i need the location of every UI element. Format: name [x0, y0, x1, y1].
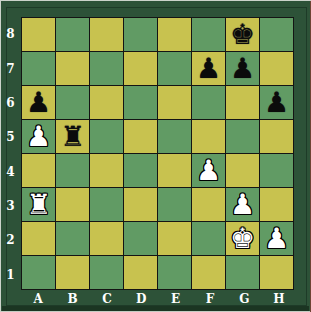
- square-b1[interactable]: [56, 256, 89, 289]
- square-h7[interactable]: [260, 52, 293, 85]
- square-d4[interactable]: [124, 154, 157, 187]
- piece-white-pawn[interactable]: ♟: [26, 123, 51, 151]
- piece-black-pawn[interactable]: ♟: [230, 55, 255, 83]
- square-f1[interactable]: [192, 256, 225, 289]
- rank-label-1: 1: [0, 258, 21, 292]
- square-d8[interactable]: [124, 18, 157, 51]
- square-d6[interactable]: [124, 86, 157, 119]
- rank-label-2: 2: [0, 223, 21, 257]
- square-g1[interactable]: [226, 256, 259, 289]
- square-c1[interactable]: [90, 256, 123, 289]
- square-c7[interactable]: [90, 52, 123, 85]
- square-g3[interactable]: ♟: [226, 188, 259, 221]
- square-a6[interactable]: ♟: [22, 86, 55, 119]
- square-c4[interactable]: [90, 154, 123, 187]
- rank-label-7: 7: [0, 51, 21, 85]
- chess-board: ♚♟♟♟♟♟♜♟♜♟♚♟: [21, 17, 294, 290]
- square-g7[interactable]: ♟: [226, 52, 259, 85]
- square-d3[interactable]: [124, 188, 157, 221]
- square-d7[interactable]: [124, 52, 157, 85]
- square-f7[interactable]: ♟: [192, 52, 225, 85]
- file-label-h: H: [262, 291, 296, 306]
- square-e2[interactable]: [158, 222, 191, 255]
- square-c2[interactable]: [90, 222, 123, 255]
- square-a7[interactable]: [22, 52, 55, 85]
- square-f8[interactable]: [192, 18, 225, 51]
- file-label-b: B: [55, 291, 89, 306]
- rank-labels: 87654321: [0, 17, 21, 292]
- piece-white-pawn[interactable]: ♟: [230, 191, 255, 219]
- square-d5[interactable]: [124, 120, 157, 153]
- square-f3[interactable]: [192, 188, 225, 221]
- square-c6[interactable]: [90, 86, 123, 119]
- square-a4[interactable]: [22, 154, 55, 187]
- square-f6[interactable]: [192, 86, 225, 119]
- rank-label-6: 6: [0, 86, 21, 120]
- square-a2[interactable]: [22, 222, 55, 255]
- square-b6[interactable]: [56, 86, 89, 119]
- piece-white-king[interactable]: ♚: [230, 225, 255, 253]
- square-e8[interactable]: [158, 18, 191, 51]
- piece-black-king[interactable]: ♚: [230, 21, 255, 49]
- file-label-d: D: [124, 291, 158, 306]
- square-a1[interactable]: [22, 256, 55, 289]
- square-h6[interactable]: ♟: [260, 86, 293, 119]
- square-g4[interactable]: [226, 154, 259, 187]
- square-h4[interactable]: [260, 154, 293, 187]
- square-e1[interactable]: [158, 256, 191, 289]
- piece-black-pawn[interactable]: ♟: [264, 89, 289, 117]
- square-d1[interactable]: [124, 256, 157, 289]
- square-c8[interactable]: [90, 18, 123, 51]
- square-g8[interactable]: ♚: [226, 18, 259, 51]
- rank-label-3: 3: [0, 189, 21, 223]
- square-h8[interactable]: [260, 18, 293, 51]
- square-b3[interactable]: [56, 188, 89, 221]
- square-d2[interactable]: [124, 222, 157, 255]
- chess-board-window: 87654321 ABCDEFGH ♚♟♟♟♟♟♜♟♜♟♚♟: [0, 0, 311, 312]
- square-e6[interactable]: [158, 86, 191, 119]
- square-f2[interactable]: [192, 222, 225, 255]
- square-g2[interactable]: ♚: [226, 222, 259, 255]
- rank-label-5: 5: [0, 120, 21, 154]
- file-label-e: E: [159, 291, 193, 306]
- piece-white-rook[interactable]: ♜: [26, 191, 51, 219]
- square-e3[interactable]: [158, 188, 191, 221]
- square-h3[interactable]: [260, 188, 293, 221]
- frame-bottom-strip: [2, 306, 309, 311]
- file-labels: ABCDEFGH: [21, 291, 296, 306]
- square-e5[interactable]: [158, 120, 191, 153]
- piece-black-pawn[interactable]: ♟: [26, 89, 51, 117]
- rank-label-8: 8: [0, 17, 21, 51]
- square-a3[interactable]: ♜: [22, 188, 55, 221]
- square-e7[interactable]: [158, 52, 191, 85]
- square-b7[interactable]: [56, 52, 89, 85]
- file-label-f: F: [193, 291, 227, 306]
- square-h5[interactable]: [260, 120, 293, 153]
- square-b4[interactable]: [56, 154, 89, 187]
- piece-black-pawn[interactable]: ♟: [196, 55, 221, 83]
- file-label-a: A: [21, 291, 55, 306]
- square-h2[interactable]: ♟: [260, 222, 293, 255]
- rank-label-4: 4: [0, 155, 21, 189]
- square-a5[interactable]: ♟: [22, 120, 55, 153]
- square-b8[interactable]: [56, 18, 89, 51]
- file-label-g: G: [227, 291, 261, 306]
- piece-white-pawn[interactable]: ♟: [264, 225, 289, 253]
- square-b5[interactable]: ♜: [56, 120, 89, 153]
- square-g5[interactable]: [226, 120, 259, 153]
- square-e4[interactable]: [158, 154, 191, 187]
- piece-white-pawn[interactable]: ♟: [196, 157, 221, 185]
- square-h1[interactable]: [260, 256, 293, 289]
- piece-black-rook[interactable]: ♜: [60, 123, 85, 151]
- square-c5[interactable]: [90, 120, 123, 153]
- square-c3[interactable]: [90, 188, 123, 221]
- square-f5[interactable]: [192, 120, 225, 153]
- square-a8[interactable]: [22, 18, 55, 51]
- square-f4[interactable]: ♟: [192, 154, 225, 187]
- square-g6[interactable]: [226, 86, 259, 119]
- file-label-c: C: [90, 291, 124, 306]
- square-b2[interactable]: [56, 222, 89, 255]
